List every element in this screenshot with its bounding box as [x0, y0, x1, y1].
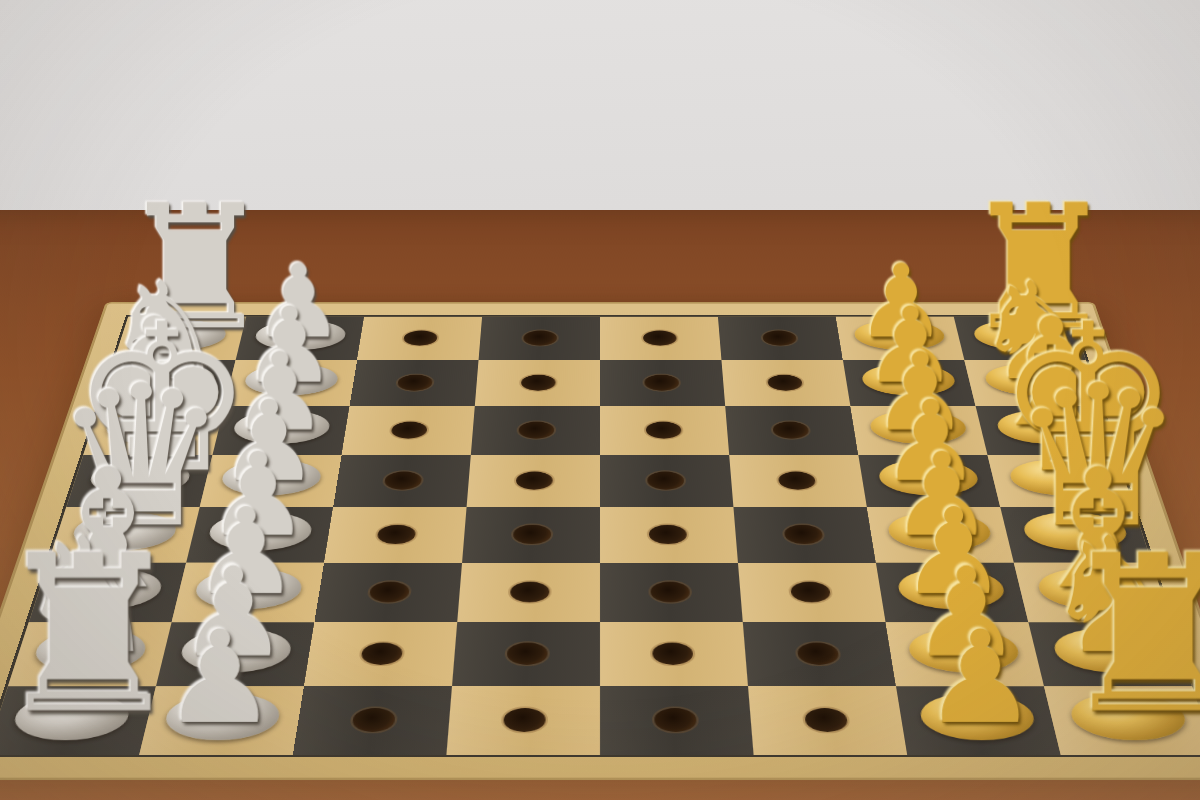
square-e5[interactable]	[600, 455, 733, 507]
peg-hole	[384, 472, 423, 490]
square-h4[interactable]	[479, 317, 600, 360]
piece-silver-rook[interactable]: ♜	[0, 537, 144, 737]
square-f4[interactable]	[471, 406, 600, 455]
chess-board: ♜♟♟♜♞♟♟♞♝♟♟♝♚♟♟♚♛♟♟♛♝♟♟♝♞♟♟♞♜♟♟♜	[0, 304, 1200, 778]
checkerboard: ♜♟♟♜♞♟♟♞♝♟♟♝♚♟♟♚♛♟♟♛♝♟♟♝♞♟♟♞♜♟♟♜	[0, 317, 1200, 755]
square-h3[interactable]	[357, 317, 482, 360]
square-f6[interactable]	[725, 406, 858, 455]
peg-hole	[649, 525, 688, 544]
square-h5[interactable]	[600, 317, 721, 360]
peg-hole	[503, 708, 546, 731]
peg-hole	[654, 708, 697, 731]
peg-hole	[767, 375, 803, 391]
square-f3[interactable]	[342, 406, 475, 455]
square-c6[interactable]	[738, 563, 886, 623]
perspective-scene: ♜♟♟♜♞♟♟♞♝♟♟♝♚♟♟♚♛♟♟♛♝♟♟♝♞♟♟♞♜♟♟♜	[0, 0, 1200, 800]
piece-gold-rook[interactable]: ♜	[1056, 537, 1200, 737]
peg-hole	[518, 422, 554, 439]
square-g3[interactable]	[350, 360, 479, 406]
photo-scene: ♜♟♟♜♞♟♟♞♝♟♟♝♚♟♟♚♛♟♟♛♝♟♟♝♞♟♟♞♜♟♟♜	[0, 0, 1200, 800]
peg-hole	[376, 525, 416, 544]
square-b6[interactable]	[743, 622, 896, 686]
peg-hole	[351, 708, 396, 731]
peg-hole	[647, 472, 684, 490]
square-e4[interactable]	[467, 455, 600, 507]
peg-hole	[516, 472, 553, 490]
peg-hole	[796, 643, 839, 665]
peg-hole	[652, 643, 694, 665]
square-a4[interactable]	[446, 686, 600, 755]
peg-hole	[510, 582, 550, 602]
peg-hole	[790, 582, 832, 602]
peg-hole	[643, 331, 677, 346]
square-b4[interactable]	[452, 622, 600, 686]
peg-hole	[650, 582, 690, 602]
square-g5[interactable]	[600, 360, 725, 406]
square-d5[interactable]	[600, 507, 738, 563]
peg-hole	[523, 331, 557, 346]
square-c4[interactable]	[457, 563, 600, 623]
peg-hole	[513, 525, 552, 544]
peg-hole	[368, 582, 410, 602]
square-a1[interactable]: ♜	[0, 686, 156, 755]
square-d4[interactable]	[462, 507, 600, 563]
square-a3[interactable]	[293, 686, 452, 755]
square-d6[interactable]	[733, 507, 875, 563]
piece-silver-pawn[interactable]: ♟	[144, 619, 296, 737]
peg-hole	[804, 708, 849, 731]
square-c5[interactable]	[600, 563, 743, 623]
square-a8[interactable]: ♜	[1044, 686, 1200, 755]
peg-hole	[397, 375, 433, 391]
peg-hole	[506, 643, 548, 665]
square-a2[interactable]: ♟	[139, 686, 304, 755]
square-a6[interactable]	[748, 686, 907, 755]
square-c3[interactable]	[314, 563, 462, 623]
peg-hole	[521, 375, 556, 391]
square-g4[interactable]	[475, 360, 600, 406]
square-f5[interactable]	[600, 406, 729, 455]
peg-hole	[772, 422, 810, 439]
peg-hole	[783, 525, 823, 544]
square-a5[interactable]	[600, 686, 754, 755]
peg-hole	[644, 375, 679, 391]
peg-hole	[390, 422, 428, 439]
peg-hole	[778, 472, 817, 490]
peg-hole	[646, 422, 682, 439]
peg-hole	[762, 331, 797, 346]
square-g6[interactable]	[721, 360, 850, 406]
piece-gold-pawn[interactable]: ♟	[904, 619, 1056, 737]
square-b3[interactable]	[304, 622, 457, 686]
square-e6[interactable]	[729, 455, 867, 507]
square-d3[interactable]	[324, 507, 466, 563]
peg-hole	[403, 331, 438, 346]
square-e3[interactable]	[333, 455, 471, 507]
square-h6[interactable]	[718, 317, 843, 360]
square-b5[interactable]	[600, 622, 748, 686]
square-a7[interactable]: ♟	[896, 686, 1061, 755]
peg-hole	[360, 643, 403, 665]
